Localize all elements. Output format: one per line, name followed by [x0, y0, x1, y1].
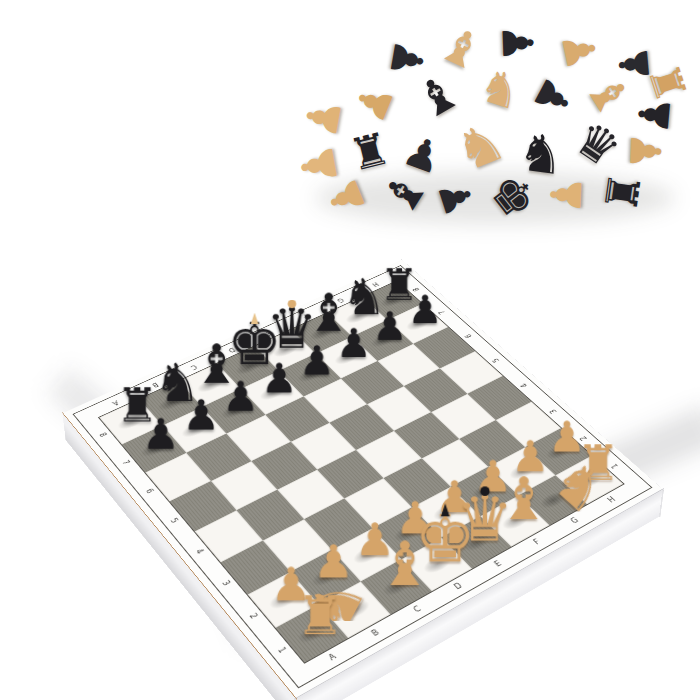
file-label-far-H: H	[370, 281, 379, 287]
piece-finial-spike	[440, 503, 449, 516]
file-label-far-A: A	[110, 399, 118, 406]
file-label-far-C: C	[189, 364, 197, 370]
file-label-far-D: D	[226, 346, 235, 352]
rank-label-right-5: 5	[492, 357, 501, 363]
piece-finial-spike	[250, 313, 258, 324]
rank-label-right-7: 7	[438, 309, 447, 314]
chess-board-box: AABBCCDDEEFFGGHH8877665544332211 ♜♞♝♚♛♝♞…	[63, 260, 662, 698]
rank-label-right-4: 4	[520, 382, 529, 388]
piece-finial-ball	[287, 300, 295, 308]
piece-glyph: ♜	[281, 588, 357, 642]
file-label-far-B: B	[150, 381, 158, 387]
piece-glyph: ♟	[126, 414, 194, 456]
product-photo: ♟♝♟♟♟♜♟♟♝♞♟♝♟♟♜♟♞♞♛♟♟♝♟♚♟♜ AABBCCDDEEFFG…	[0, 0, 700, 700]
rank-label-right-8: 8	[412, 286, 421, 291]
board-scene: AABBCCDDEEFFGGHH8877665544332211 ♜♞♝♚♛♝♞…	[0, 0, 700, 700]
rank-label-left-8: 8	[97, 432, 106, 438]
file-label-far-F: F	[300, 313, 308, 319]
file-label-far-G: G	[335, 297, 344, 303]
rank-label-right-6: 6	[464, 333, 473, 338]
file-label-far-E: E	[264, 330, 272, 336]
piece-finial-ball	[479, 486, 489, 496]
